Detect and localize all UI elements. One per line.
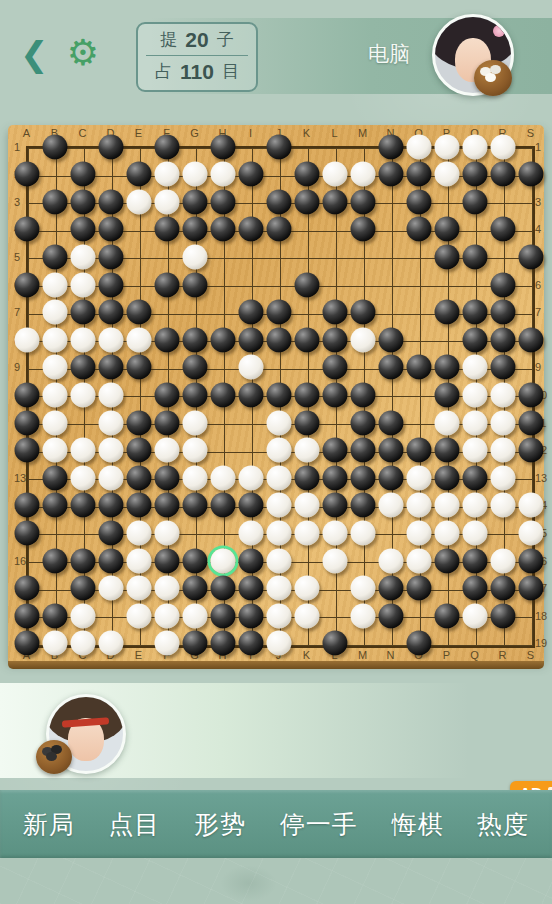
stone-white [490,134,515,159]
stone-black [126,493,151,518]
stone-black [294,327,319,352]
stone-white [126,603,151,628]
stone-black [14,382,39,407]
go-board[interactable]: AABBCCDDEEFFGGHHIIJJKKLLMMNNOOPPQQRRSS11… [8,125,544,661]
row-label: 19 [535,637,547,649]
stone-white [350,162,375,187]
stone-white [238,465,263,490]
settings-gear-icon[interactable]: ⚙ [64,34,102,72]
stone-black [462,244,487,269]
stone-white [378,548,403,573]
stone-white [322,162,347,187]
opponent-territory-unit: 目 [222,60,239,83]
stone-black [14,410,39,435]
stone-white [350,520,375,545]
stone-white [266,493,291,518]
back-icon[interactable]: ❮ [20,36,48,72]
stone-black [462,548,487,573]
stone-white [70,382,95,407]
stone-black [322,438,347,463]
stone-white [518,520,543,545]
opponent-captures-unit: 子 [217,28,234,51]
stone-white [126,548,151,573]
stone-black [322,327,347,352]
stone-white [294,493,319,518]
stone-white [294,603,319,628]
stone-black [182,631,207,656]
stone-white [518,493,543,518]
col-label: R [499,649,507,661]
stone-black [350,382,375,407]
stone-black [266,217,291,242]
stone-black [14,438,39,463]
stone-white [98,465,123,490]
stone-black [98,493,123,518]
menu-item-count-points[interactable]: 点目 [108,808,160,841]
stone-black [294,189,319,214]
stone-white [98,438,123,463]
stone-black [462,189,487,214]
stone-black [182,272,207,297]
stone-black [462,576,487,601]
stone-black [378,465,403,490]
stone-white [70,244,95,269]
stone-black [490,272,515,297]
stone-white [322,520,347,545]
stone-black [266,327,291,352]
stone-black [70,300,95,325]
stone-black [490,603,515,628]
stone-black [126,355,151,380]
stone-black [322,631,347,656]
stone-white [70,465,95,490]
stone-black [98,300,123,325]
row-label: 5 [14,251,20,263]
col-label: I [249,127,252,139]
stone-black [322,493,347,518]
stone-black [462,465,487,490]
stone-black [98,520,123,545]
stone-white [490,382,515,407]
stone-white [70,603,95,628]
stone-black [70,217,95,242]
stone-black [434,244,459,269]
stone-white-last-move [210,548,235,573]
stone-black [70,355,95,380]
stone-black [238,548,263,573]
stone-black [210,217,235,242]
col-label: E [135,649,142,661]
col-label: K [303,127,310,139]
stone-black [406,576,431,601]
stone-white [406,548,431,573]
col-label: S [527,649,534,661]
stone-black [126,162,151,187]
stone-white [154,438,179,463]
stone-black [182,548,207,573]
opponent-territory-value: 110 [180,60,214,84]
stone-black [42,244,67,269]
stone-black [294,382,319,407]
stone-black [518,382,543,407]
stone-black [238,603,263,628]
stone-black [42,603,67,628]
stone-black [42,465,67,490]
stone-black [322,189,347,214]
stone-black [518,327,543,352]
stone-black [294,162,319,187]
stone-white [182,410,207,435]
stone-white [154,189,179,214]
stone-black [182,217,207,242]
stone-white [266,548,291,573]
stone-black [350,189,375,214]
stone-white [266,410,291,435]
stone-black [182,355,207,380]
col-label: L [331,127,337,139]
row-label: 13 [14,472,26,484]
top-bar: ❮ ⚙ 提 20 子 占 110 目 电脑 [0,0,552,112]
opponent-captures-label: 提 [160,28,177,51]
opponent-score-box: 提 20 子 占 110 目 [136,22,258,92]
stone-black [70,162,95,187]
flower-accent-icon [493,25,505,37]
stone-white [42,272,67,297]
stone-black [490,300,515,325]
stone-white [462,520,487,545]
stone-black [210,493,235,518]
stone-black [378,603,403,628]
stone-black [238,300,263,325]
stone-black [126,438,151,463]
stone-black [210,382,235,407]
opponent-name: 电脑 [368,40,410,68]
stone-white [210,162,235,187]
stone-white [70,631,95,656]
stone-black [406,631,431,656]
row-label: 1 [14,141,20,153]
stone-black [42,189,67,214]
stone-white [266,631,291,656]
stone-black [210,631,235,656]
stone-black [378,355,403,380]
stone-black [98,244,123,269]
stone-white [378,493,403,518]
menu-item-pass[interactable]: 停一手 [280,808,358,841]
stone-black [378,438,403,463]
stone-black [378,576,403,601]
stone-white [182,438,207,463]
stone-black [434,355,459,380]
stone-white [182,162,207,187]
stone-black [154,217,179,242]
stone-black [266,189,291,214]
stone-white [154,520,179,545]
stone-white [42,327,67,352]
stone-white [98,327,123,352]
stone-black [462,162,487,187]
stone-black [98,134,123,159]
stone-white [70,438,95,463]
row-label: 18 [535,610,547,622]
stone-white [98,410,123,435]
stone-black [14,631,39,656]
stone-white [266,520,291,545]
col-label: Q [470,649,479,661]
stone-black [294,272,319,297]
stone-black [182,382,207,407]
decorative-floor [0,858,552,904]
stone-black [210,189,235,214]
row-label: 3 [535,196,541,208]
stone-white [462,355,487,380]
col-label: M [358,649,367,661]
stone-black [462,327,487,352]
stone-white [14,327,39,352]
stone-white [42,382,67,407]
stone-black [14,493,39,518]
white-stone-bowl [474,60,512,96]
row-label: 13 [535,472,547,484]
stone-black [406,438,431,463]
menu-item-new-game[interactable]: 新局 [23,808,75,841]
stone-white [462,134,487,159]
stone-black [154,327,179,352]
stone-white [266,465,291,490]
stone-black [378,134,403,159]
stone-white [126,520,151,545]
menu-bar: 新局 点目 形势 停一手 悔棋 热度 [0,790,552,858]
stone-white [462,410,487,435]
stone-black [490,576,515,601]
col-label: P [443,649,450,661]
stone-black [182,493,207,518]
stone-white [154,576,179,601]
stone-white [42,300,67,325]
stone-white [490,465,515,490]
stone-white [266,438,291,463]
stone-black [518,438,543,463]
row-label: 9 [535,361,541,373]
stone-white [406,465,431,490]
stone-white [98,576,123,601]
stone-white [70,327,95,352]
stone-black [266,134,291,159]
stone-white [154,162,179,187]
stone-black [490,217,515,242]
stone-black [322,300,347,325]
stone-white [154,603,179,628]
stone-white [294,438,319,463]
stone-white [182,465,207,490]
stone-white [350,603,375,628]
stone-white [350,327,375,352]
stone-white [434,162,459,187]
stone-black [154,272,179,297]
stone-white [126,576,151,601]
stone-white [490,438,515,463]
stone-white [462,493,487,518]
stone-white [238,355,263,380]
menu-item-position-estimate[interactable]: 形势 [194,808,246,841]
stone-black [350,410,375,435]
stone-black [154,134,179,159]
stone-black [154,465,179,490]
stone-white [42,438,67,463]
col-label: G [190,127,199,139]
stone-black [42,134,67,159]
stone-black [126,300,151,325]
opponent-captures-value: 20 [185,28,208,52]
stone-black [70,189,95,214]
col-label: A [23,127,30,139]
stone-black [210,603,235,628]
col-label: K [303,649,310,661]
stone-white [126,189,151,214]
stone-black [434,300,459,325]
stone-black [434,382,459,407]
stone-black [406,217,431,242]
stone-black [98,189,123,214]
stone-black [490,162,515,187]
stone-white [182,244,207,269]
stone-white [98,382,123,407]
stone-black [154,493,179,518]
stone-white [490,493,515,518]
stone-black [42,493,67,518]
board-edge [8,661,544,669]
stone-white [406,493,431,518]
stone-black [434,217,459,242]
stone-white [154,631,179,656]
stone-white [266,603,291,628]
stone-black [266,382,291,407]
stone-black [518,410,543,435]
stone-white [490,410,515,435]
stone-white [294,576,319,601]
stone-black [98,272,123,297]
stone-black [70,576,95,601]
col-label: S [527,127,534,139]
stone-black [70,548,95,573]
stone-black [350,217,375,242]
stone-black [154,410,179,435]
stone-black [154,548,179,573]
stone-black [98,217,123,242]
row-label: 6 [535,279,541,291]
stone-white [434,493,459,518]
stone-black [238,162,263,187]
stone-white [238,520,263,545]
stone-black [322,465,347,490]
stone-white [182,603,207,628]
stone-white [462,603,487,628]
stone-black [490,355,515,380]
stone-white [434,520,459,545]
stone-black [406,162,431,187]
row-label: 3 [14,196,20,208]
stone-white [70,272,95,297]
stone-black [14,520,39,545]
menu-item-undo[interactable]: 悔棋 [391,808,443,841]
menu-item-heatmap[interactable]: 热度 [477,808,529,841]
stone-black [378,327,403,352]
opponent-territory-label: 占 [155,60,172,83]
stone-black [210,327,235,352]
stone-black [350,438,375,463]
stone-black [406,355,431,380]
stone-white [42,631,67,656]
stone-black [238,493,263,518]
stone-black [462,300,487,325]
stone-black [518,162,543,187]
stone-black [238,217,263,242]
col-label: E [135,127,142,139]
stone-white [434,134,459,159]
stone-white [434,410,459,435]
stone-white [322,548,347,573]
stone-black [518,576,543,601]
row-label: 1 [535,141,541,153]
stone-black [182,189,207,214]
stone-black [406,189,431,214]
stone-black [126,410,151,435]
black-stone-bowl [36,740,72,774]
stone-white [42,355,67,380]
stone-black [14,603,39,628]
stone-black [322,382,347,407]
stone-black [42,548,67,573]
stone-black [182,327,207,352]
stone-white [126,327,151,352]
stone-white [462,382,487,407]
stone-black [434,438,459,463]
stone-black [378,410,403,435]
stone-white [266,576,291,601]
row-label: 16 [14,555,26,567]
stone-black [14,162,39,187]
stone-black [210,576,235,601]
stone-black [238,382,263,407]
stone-black [294,465,319,490]
stone-black [490,327,515,352]
stone-black [434,603,459,628]
stone-black [518,244,543,269]
stone-black [70,493,95,518]
stone-black [238,576,263,601]
stone-white [462,438,487,463]
row-label: 9 [14,361,20,373]
stone-black [210,134,235,159]
stone-white [406,520,431,545]
col-label: N [387,649,395,661]
row-label: 7 [535,306,541,318]
stone-black [294,410,319,435]
stone-white [294,520,319,545]
row-label: 7 [14,306,20,318]
stone-white [490,548,515,573]
stone-black [98,548,123,573]
stone-white [42,410,67,435]
stone-white [406,134,431,159]
stone-black [378,162,403,187]
stone-black [238,631,263,656]
stone-black [266,300,291,325]
stone-white [98,631,123,656]
stone-black [434,465,459,490]
stone-black [14,217,39,242]
col-label: C [79,127,87,139]
